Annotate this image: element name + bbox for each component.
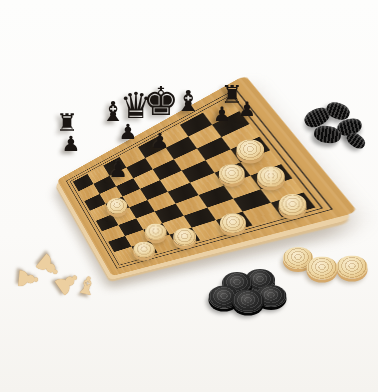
offboard-black-checker-on-edge-3[interactable] — [335, 116, 363, 138]
offboard-light-piece-lying-1[interactable]: ♟ — [29, 247, 67, 284]
offboard-black-checker-1[interactable] — [245, 269, 275, 291]
offboard-light-checker-1[interactable] — [307, 257, 338, 280]
offboard-light-piece-lying-3[interactable]: ♝ — [74, 272, 100, 300]
offboard-black-checker-on-edge-2[interactable] — [312, 124, 341, 145]
board-grid — [73, 99, 315, 263]
black-rook-a8[interactable]: ♜ — [56, 111, 78, 135]
offboard-light-checker-2[interactable] — [337, 256, 368, 279]
offboard-black-checker-on-edge-1[interactable] — [324, 99, 352, 122]
offboard-black-checker-3[interactable] — [232, 290, 264, 313]
black-queen-d8[interactable]: ♛ — [120, 88, 152, 124]
black-bishop-c8[interactable]: ♝ — [101, 98, 125, 125]
offboard-black-checker-2[interactable] — [209, 286, 240, 309]
offboard-black-checker-4[interactable] — [256, 285, 287, 307]
offboard-light-piece-lying-0[interactable]: ♟ — [14, 266, 42, 291]
offboard-light-piece-lying-2[interactable]: ♟ — [48, 265, 85, 302]
offboard-black-checker-on-edge-4[interactable] — [344, 129, 368, 151]
black-pawn-a7[interactable]: ♟ — [62, 134, 81, 155]
offboard-black-checker-on-edge-0[interactable] — [302, 104, 333, 130]
board-playing-area — [73, 99, 315, 263]
offboard-light-checker-0[interactable] — [283, 247, 313, 269]
offboard-black-checker-0[interactable] — [222, 272, 252, 294]
product-photo: ♜♝♛♚♝♜♟♟♟♟♟♟♟♟♟♝ — [0, 0, 378, 392]
game-board — [57, 75, 358, 276]
